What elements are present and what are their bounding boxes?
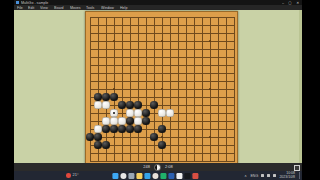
white-stone	[126, 109, 133, 116]
white-stone	[94, 101, 101, 108]
menu-item-window[interactable]: Window	[101, 6, 114, 10]
black-stone	[150, 101, 157, 108]
black-stone	[134, 125, 141, 132]
last-move-marker	[113, 112, 115, 114]
star-point	[113, 136, 115, 138]
black-stone	[102, 93, 109, 100]
close-button[interactable]: ✕	[296, 1, 299, 5]
window-title: MultiGo - sample	[21, 1, 48, 5]
black-stone	[110, 125, 117, 132]
go-board[interactable]	[85, 11, 238, 164]
white-stone	[110, 117, 117, 124]
star-point	[209, 88, 211, 90]
black-stone	[150, 133, 157, 140]
maximize-button[interactable]: ▢	[288, 1, 291, 5]
white-stone	[94, 125, 101, 132]
status-right-value: 2:08	[165, 165, 173, 169]
vertical-scrollbar[interactable]	[299, 10, 302, 163]
chevron-up-icon[interactable]: ∧	[244, 174, 247, 178]
white-stone	[134, 117, 141, 124]
app-blue-icon[interactable]	[168, 173, 174, 179]
status-left-value: 248	[143, 165, 150, 169]
wifi-icon[interactable]	[261, 174, 264, 177]
menu-item-file[interactable]: File	[17, 6, 23, 10]
white-stone	[118, 117, 125, 124]
black-stone	[134, 101, 141, 108]
menu-item-moves[interactable]: Moves	[70, 6, 81, 10]
task-view-icon[interactable]	[128, 173, 134, 179]
taskbar: 21° ∧ ENG 10:08 2023/10/8	[14, 171, 302, 180]
weather-icon	[66, 173, 71, 178]
volume-icon[interactable]	[267, 174, 270, 177]
window-controls: – ▢ ✕	[282, 1, 302, 5]
goban-grid	[86, 13, 238, 165]
black-stone	[142, 117, 149, 124]
minimize-button[interactable]: –	[282, 1, 284, 5]
white-stone	[110, 109, 117, 116]
black-stone	[158, 141, 165, 148]
desktop-content: MultiGo - sample – ▢ ✕ FileEditViewBoard…	[14, 0, 302, 180]
star-point	[113, 40, 115, 42]
white-stone	[166, 109, 173, 116]
app-red-icon[interactable]	[192, 173, 198, 179]
star-point	[209, 136, 211, 138]
app-icon	[16, 1, 19, 4]
white-stone	[102, 101, 109, 108]
black-stone	[126, 117, 133, 124]
black-stone	[118, 101, 125, 108]
file-explorer-icon[interactable]	[136, 173, 142, 179]
black-stone	[86, 133, 93, 140]
app-dark-icon[interactable]	[184, 173, 190, 179]
black-stone	[142, 109, 149, 116]
search-icon[interactable]	[120, 173, 126, 179]
star-point	[209, 40, 211, 42]
black-stone	[102, 125, 109, 132]
black-stone	[126, 125, 133, 132]
system-tray: ∧ ENG 10:08 2023/10/8	[244, 172, 300, 180]
app-green-icon[interactable]	[160, 173, 166, 179]
widgets-button[interactable]: 21°	[66, 173, 79, 178]
star-point	[161, 40, 163, 42]
black-stone	[94, 93, 101, 100]
white-stone	[102, 117, 109, 124]
star-point	[161, 136, 163, 138]
menu-item-edit[interactable]: Edit	[28, 6, 34, 10]
black-stone	[158, 125, 165, 132]
status-bar: 248 2:08	[14, 163, 302, 171]
weather-temp: 21°	[73, 173, 79, 177]
language-indicator[interactable]: ENG	[250, 174, 258, 178]
turn-indicator-icon	[154, 164, 161, 171]
star-point	[113, 88, 115, 90]
clock-date: 2023/10/8	[279, 176, 295, 180]
goban-lines	[90, 17, 235, 162]
start-icon[interactable]	[112, 173, 118, 179]
star-point	[161, 88, 163, 90]
black-stone	[126, 101, 133, 108]
taskbar-icons	[112, 173, 198, 179]
menu-item-tools[interactable]: Tools	[86, 6, 94, 10]
black-stone	[118, 125, 125, 132]
app-white-icon[interactable]	[176, 173, 182, 179]
menu-item-board[interactable]: Board	[54, 6, 64, 10]
main-area	[14, 10, 302, 163]
show-desktop-button[interactable]	[299, 172, 300, 179]
menu-item-view[interactable]: View	[40, 6, 48, 10]
black-stone	[102, 141, 109, 148]
black-stone	[94, 141, 101, 148]
edge-icon[interactable]	[144, 173, 150, 179]
black-stone	[94, 133, 101, 140]
white-stone	[134, 109, 141, 116]
black-stone	[110, 93, 117, 100]
taskbar-clock[interactable]: 10:08 2023/10/8	[279, 172, 295, 180]
battery-icon[interactable]	[273, 174, 276, 177]
chrome-icon[interactable]	[152, 173, 158, 179]
menu-item-help[interactable]: Help	[120, 6, 127, 10]
white-stone	[158, 109, 165, 116]
